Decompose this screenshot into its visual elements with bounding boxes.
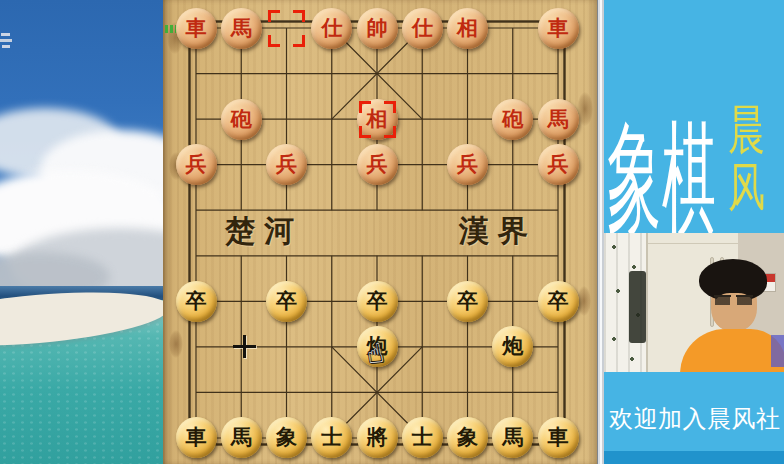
webcam-video [604, 233, 784, 372]
piece-label: 卒 [186, 291, 207, 312]
piece-label: 車 [186, 18, 207, 39]
piece-label: 象 [276, 427, 297, 448]
piece-label: 士 [412, 427, 433, 448]
piece-label: 仕 [321, 18, 342, 39]
piece-label: 卒 [548, 291, 569, 312]
river-label-chu-he: 楚河 [225, 211, 303, 252]
piece-black-卒[interactable]: 卒 [176, 281, 217, 322]
piece-red-馬[interactable]: 馬 [221, 8, 262, 49]
piece-red-砲[interactable]: 砲 [221, 99, 262, 140]
piece-black-卒[interactable]: 卒 [538, 281, 579, 322]
piece-label: 象 [457, 427, 478, 448]
stream-screen: 楚河 漢界 車馬仕帥仕相車砲相砲馬兵兵兵兵兵卒卒卒卒卒炮炮車馬象士將士象馬車 ☝… [0, 0, 784, 464]
piece-label: 砲 [231, 109, 252, 130]
piece-label: 兵 [548, 154, 569, 175]
piece-label: 馬 [502, 427, 523, 448]
background-object [771, 335, 784, 367]
piece-red-兵[interactable]: 兵 [266, 144, 307, 185]
piece-label: 車 [548, 18, 569, 39]
piece-label: 兵 [186, 154, 207, 175]
xiangqi-board[interactable]: 楚河 漢界 車馬仕帥仕相車砲相砲馬兵兵兵兵兵卒卒卒卒卒炮炮車馬象士將士象馬車 ☝ [163, 0, 597, 464]
piece-red-兵[interactable]: 兵 [538, 144, 579, 185]
piece-label: 卒 [457, 291, 478, 312]
sidebar-panel: 象棋 晨风 欢迎加入晨风社 [604, 0, 784, 464]
piece-red-仕[interactable]: 仕 [402, 8, 443, 49]
piece-black-車[interactable]: 車 [538, 417, 579, 458]
piece-label: 兵 [367, 154, 388, 175]
cross-marker [233, 335, 256, 358]
white-watermark [0, 31, 14, 53]
piece-red-砲[interactable]: 砲 [492, 99, 533, 140]
piece-black-車[interactable]: 車 [176, 417, 217, 458]
piece-label: 卒 [276, 291, 297, 312]
piece-label: 帥 [367, 18, 388, 39]
piece-red-車[interactable]: 車 [176, 8, 217, 49]
river-label-han-jie: 漢界 [459, 211, 537, 252]
piece-label: 仕 [412, 18, 433, 39]
glasses-icon [714, 295, 754, 306]
piece-red-兵[interactable]: 兵 [447, 144, 488, 185]
piece-black-士[interactable]: 士 [402, 417, 443, 458]
sidebar-bottom-strip [604, 451, 784, 464]
beach-photo-background [0, 0, 163, 464]
piece-label: 砲 [502, 109, 523, 130]
window-divider [597, 0, 604, 464]
piece-black-馬[interactable]: 馬 [221, 417, 262, 458]
piece-red-兵[interactable]: 兵 [357, 144, 398, 185]
piece-red-馬[interactable]: 馬 [538, 99, 579, 140]
move-origin-bracket [268, 10, 305, 47]
piece-red-仕[interactable]: 仕 [311, 8, 352, 49]
piece-black-卒[interactable]: 卒 [357, 281, 398, 322]
piece-red-兵[interactable]: 兵 [176, 144, 217, 185]
piece-red-帥[interactable]: 帥 [357, 8, 398, 49]
piece-label: 兵 [276, 154, 297, 175]
piece-red-相[interactable]: 相 [447, 8, 488, 49]
piece-label: 將 [367, 427, 388, 448]
welcome-message: 欢迎加入晨风社 [609, 403, 783, 435]
piece-label: 卒 [367, 291, 388, 312]
curtain-shadow [629, 271, 646, 343]
piece-label: 相 [457, 18, 478, 39]
piece-label: 車 [548, 427, 569, 448]
piece-label: 馬 [231, 427, 252, 448]
piece-label: 馬 [231, 18, 252, 39]
move-target-bracket [359, 101, 396, 138]
piece-black-卒[interactable]: 卒 [447, 281, 488, 322]
piece-label: 炮 [502, 336, 523, 357]
piece-label: 車 [186, 427, 207, 448]
piece-red-車[interactable]: 車 [538, 8, 579, 49]
piece-black-卒[interactable]: 卒 [266, 281, 307, 322]
piece-label: 士 [321, 427, 342, 448]
piece-label: 兵 [457, 154, 478, 175]
piece-label: 馬 [548, 109, 569, 130]
channel-subtitle: 晨风 [728, 103, 770, 217]
piece-black-將[interactable]: 將 [357, 417, 398, 458]
